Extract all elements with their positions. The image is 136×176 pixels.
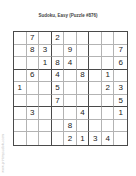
cell-r7c8[interactable] [102,107,115,120]
cell-r6c9: 5 [114,95,127,108]
cell-r6c8[interactable] [102,95,115,108]
cell-r8c4[interactable] [52,120,65,133]
cell-r5c8: 2 [102,82,115,95]
cell-r4c7[interactable] [89,70,102,83]
sudoku-board: 7283971846648115237534182134 [13,31,128,146]
sudoku-page: Sudoku, Easy (Puzzle #876) 7283971846648… [0,0,136,176]
cell-r2c6[interactable] [77,45,90,58]
cell-r7c6: 4 [77,107,90,120]
cell-r5c1: 1 [14,82,27,95]
cell-r7c4[interactable] [52,107,65,120]
cell-r5c4: 5 [52,82,65,95]
cell-r9c6: 1 [77,132,90,145]
cell-r4c4: 4 [52,70,65,83]
cell-r2c7[interactable] [89,45,102,58]
cell-r7c9: 1 [114,107,127,120]
cell-r9c4[interactable] [52,132,65,145]
cell-r3c7[interactable] [89,57,102,70]
cell-r1c7[interactable] [89,32,102,45]
cell-r7c7[interactable] [89,107,102,120]
cell-r4c1[interactable] [14,70,27,83]
cell-r7c3[interactable] [39,107,52,120]
cell-r4c9[interactable] [114,70,127,83]
cell-r5c9: 3 [114,82,127,95]
cell-r7c5[interactable] [64,107,77,120]
cell-r1c1[interactable] [14,32,27,45]
cell-r6c4: 7 [52,95,65,108]
cell-r3c5: 4 [64,57,77,70]
cell-r3c4: 8 [52,57,65,70]
puzzle-title: Sudoku, Easy (Puzzle #876) [0,13,136,18]
cell-r9c7: 3 [89,132,102,145]
cell-r3c2[interactable] [27,57,40,70]
cell-r4c2: 6 [27,70,40,83]
cell-r8c9[interactable] [114,120,127,133]
cell-r1c6[interactable] [77,32,90,45]
cell-r7c2: 3 [27,107,40,120]
cell-r9c8: 4 [102,132,115,145]
cell-r6c1[interactable] [14,95,27,108]
cell-r1c5[interactable] [64,32,77,45]
cell-r1c2: 7 [27,32,40,45]
cell-r8c1[interactable] [14,120,27,133]
cell-r4c8: 1 [102,70,115,83]
cell-r8c3[interactable] [39,120,52,133]
cell-r8c7[interactable] [89,120,102,133]
cell-r9c2[interactable] [27,132,40,145]
cell-r8c6[interactable] [77,120,90,133]
cell-r4c5[interactable] [64,70,77,83]
cell-r1c4: 2 [52,32,65,45]
cell-r5c2[interactable] [27,82,40,95]
cell-r5c7[interactable] [89,82,102,95]
cell-r8c2[interactable] [27,120,40,133]
cell-r2c8[interactable] [102,45,115,58]
cell-r3c9: 6 [114,57,127,70]
cell-r5c3[interactable] [39,82,52,95]
cell-r7c1[interactable] [14,107,27,120]
website-watermark: www.printmysudoku.com [1,134,5,173]
cell-r6c3[interactable] [39,95,52,108]
cell-r6c7[interactable] [89,95,102,108]
cell-r8c8[interactable] [102,120,115,133]
cell-r9c5: 2 [64,132,77,145]
cell-r8c5: 8 [64,120,77,133]
cell-r1c8[interactable] [102,32,115,45]
cell-r6c5[interactable] [64,95,77,108]
cell-r2c9: 7 [114,45,127,58]
cell-r9c9[interactable] [114,132,127,145]
cell-r1c3[interactable] [39,32,52,45]
cell-r3c3: 1 [39,57,52,70]
cell-r2c5: 9 [64,45,77,58]
cell-r1c9[interactable] [114,32,127,45]
cell-r2c4[interactable] [52,45,65,58]
cell-r3c8[interactable] [102,57,115,70]
cell-r4c6: 8 [77,70,90,83]
cell-r4c3[interactable] [39,70,52,83]
cell-r3c6[interactable] [77,57,90,70]
cell-r6c2[interactable] [27,95,40,108]
cell-r3c1[interactable] [14,57,27,70]
cell-r2c3: 3 [39,45,52,58]
cell-r5c5[interactable] [64,82,77,95]
cell-r9c1[interactable] [14,132,27,145]
cell-r6c6[interactable] [77,95,90,108]
cell-r2c1[interactable] [14,45,27,58]
cell-r9c3[interactable] [39,132,52,145]
cell-r5c6[interactable] [77,82,90,95]
cell-r2c2: 8 [27,45,40,58]
